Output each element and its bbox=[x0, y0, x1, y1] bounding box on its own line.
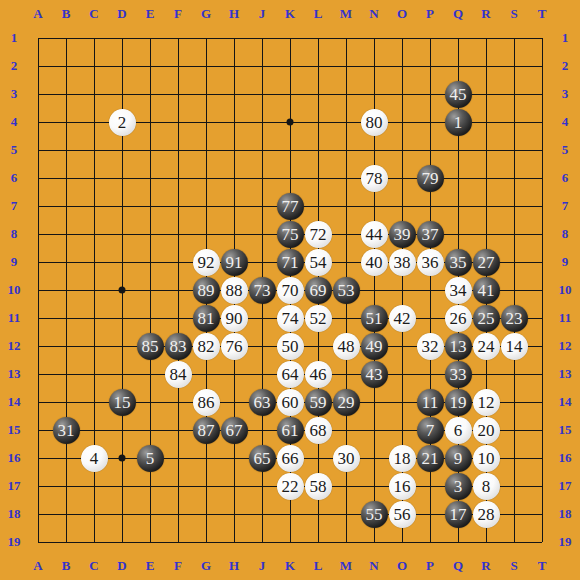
stone-white-86: 86 bbox=[193, 389, 220, 416]
column-label: T bbox=[528, 2, 556, 26]
stone-black-75: 75 bbox=[277, 221, 304, 248]
column-label: P bbox=[416, 554, 444, 578]
column-label: T bbox=[528, 554, 556, 578]
column-label: A bbox=[24, 2, 52, 26]
stone-white-50: 50 bbox=[277, 333, 304, 360]
column-label: K bbox=[276, 2, 304, 26]
stone-white-18: 18 bbox=[389, 445, 416, 472]
stone-white-44: 44 bbox=[361, 221, 388, 248]
stone-black-15: 15 bbox=[109, 389, 136, 416]
stone-white-74: 74 bbox=[277, 305, 304, 332]
column-label: H bbox=[220, 554, 248, 578]
stone-white-90: 90 bbox=[221, 305, 248, 332]
stone-black-91: 91 bbox=[221, 249, 248, 276]
stone-white-42: 42 bbox=[389, 305, 416, 332]
go-board-screen: ABCDEFGHJKLMNOPQRST ABCDEFGHJKLMNOPQRST … bbox=[0, 0, 580, 580]
stone-white-72: 72 bbox=[305, 221, 332, 248]
stone-white-24: 24 bbox=[473, 333, 500, 360]
stone-white-76: 76 bbox=[221, 333, 248, 360]
column-label: D bbox=[108, 2, 136, 26]
stone-black-29: 29 bbox=[333, 389, 360, 416]
stone-black-45: 45 bbox=[445, 81, 472, 108]
stone-white-32: 32 bbox=[417, 333, 444, 360]
column-label: C bbox=[80, 554, 108, 578]
stone-white-34: 34 bbox=[445, 277, 472, 304]
stone-black-67: 67 bbox=[221, 417, 248, 444]
stone-white-80: 80 bbox=[361, 109, 388, 136]
stone-black-61: 61 bbox=[277, 417, 304, 444]
stone-black-79: 79 bbox=[417, 165, 444, 192]
stone-black-73: 73 bbox=[249, 277, 276, 304]
row-label: 5 bbox=[2, 136, 26, 164]
column-labels-bottom: ABCDEFGHJKLMNOPQRST bbox=[24, 554, 556, 578]
stone-black-13: 13 bbox=[445, 333, 472, 360]
stone-black-77: 77 bbox=[277, 193, 304, 220]
column-label: J bbox=[248, 554, 276, 578]
stone-white-26: 26 bbox=[445, 305, 472, 332]
stone-black-53: 53 bbox=[333, 277, 360, 304]
stone-black-83: 83 bbox=[165, 333, 192, 360]
column-label: R bbox=[472, 554, 500, 578]
stone-white-66: 66 bbox=[277, 445, 304, 472]
column-label: J bbox=[248, 2, 276, 26]
stone-black-87: 87 bbox=[193, 417, 220, 444]
stone-black-1: 1 bbox=[445, 109, 472, 136]
stone-white-52: 52 bbox=[305, 305, 332, 332]
column-label: F bbox=[164, 554, 192, 578]
stone-black-49: 49 bbox=[361, 333, 388, 360]
stone-black-19: 19 bbox=[445, 389, 472, 416]
column-label: N bbox=[360, 2, 388, 26]
stone-black-71: 71 bbox=[277, 249, 304, 276]
column-label: K bbox=[276, 554, 304, 578]
row-label: 12 bbox=[2, 332, 26, 360]
stone-white-22: 22 bbox=[277, 473, 304, 500]
column-label: M bbox=[332, 554, 360, 578]
stone-black-35: 35 bbox=[445, 249, 472, 276]
stone-black-43: 43 bbox=[361, 361, 388, 388]
column-labels-top: ABCDEFGHJKLMNOPQRST bbox=[24, 2, 556, 26]
row-label: 7 bbox=[2, 192, 26, 220]
column-label: B bbox=[52, 2, 80, 26]
stone-black-65: 65 bbox=[249, 445, 276, 472]
column-label: G bbox=[192, 2, 220, 26]
stone-black-27: 27 bbox=[473, 249, 500, 276]
row-label: 14 bbox=[2, 388, 26, 416]
stone-white-8: 8 bbox=[473, 473, 500, 500]
stone-black-39: 39 bbox=[389, 221, 416, 248]
column-label: S bbox=[500, 554, 528, 578]
row-label: 11 bbox=[2, 304, 26, 332]
column-label: Q bbox=[444, 554, 472, 578]
row-label: 10 bbox=[2, 276, 26, 304]
stone-black-33: 33 bbox=[445, 361, 472, 388]
stone-black-3: 3 bbox=[445, 473, 472, 500]
row-label: 2 bbox=[2, 52, 26, 80]
column-label: C bbox=[80, 2, 108, 26]
column-label: Q bbox=[444, 2, 472, 26]
stone-white-36: 36 bbox=[417, 249, 444, 276]
column-label: R bbox=[472, 2, 500, 26]
stone-white-20: 20 bbox=[473, 417, 500, 444]
column-label: F bbox=[164, 2, 192, 26]
stone-black-81: 81 bbox=[193, 305, 220, 332]
stone-white-16: 16 bbox=[389, 473, 416, 500]
row-label: 4 bbox=[2, 108, 26, 136]
stone-black-7: 7 bbox=[417, 417, 444, 444]
column-label: M bbox=[332, 2, 360, 26]
stone-black-51: 51 bbox=[361, 305, 388, 332]
stone-white-38: 38 bbox=[389, 249, 416, 276]
stone-white-70: 70 bbox=[277, 277, 304, 304]
row-label: 16 bbox=[2, 444, 26, 472]
stone-black-31: 31 bbox=[53, 417, 80, 444]
stone-white-82: 82 bbox=[193, 333, 220, 360]
row-label: 6 bbox=[2, 164, 26, 192]
stone-black-17: 17 bbox=[445, 501, 472, 528]
stone-black-59: 59 bbox=[305, 389, 332, 416]
row-label: 1 bbox=[2, 24, 26, 52]
row-label: 18 bbox=[2, 500, 26, 528]
stone-white-56: 56 bbox=[389, 501, 416, 528]
row-label: 3 bbox=[2, 80, 26, 108]
stone-white-54: 54 bbox=[305, 249, 332, 276]
row-label: 17 bbox=[2, 472, 26, 500]
go-board-grid[interactable]: 1234567891011121314151617181920212223242… bbox=[24, 24, 556, 556]
stone-white-14: 14 bbox=[501, 333, 528, 360]
column-label: B bbox=[52, 554, 80, 578]
row-label: 15 bbox=[2, 416, 26, 444]
row-label: 9 bbox=[2, 248, 26, 276]
column-label: O bbox=[388, 554, 416, 578]
stone-white-6: 6 bbox=[445, 417, 472, 444]
stone-white-2: 2 bbox=[109, 109, 136, 136]
row-label: 8 bbox=[2, 220, 26, 248]
stone-black-25: 25 bbox=[473, 305, 500, 332]
stone-white-84: 84 bbox=[165, 361, 192, 388]
column-label: L bbox=[304, 2, 332, 26]
stone-black-85: 85 bbox=[137, 333, 164, 360]
stone-black-11: 11 bbox=[417, 389, 444, 416]
stone-white-10: 10 bbox=[473, 445, 500, 472]
stone-white-40: 40 bbox=[361, 249, 388, 276]
row-labels-left: 12345678910111213141516171819 bbox=[2, 24, 26, 556]
stone-black-9: 9 bbox=[445, 445, 472, 472]
stone-black-21: 21 bbox=[417, 445, 444, 472]
stone-white-4: 4 bbox=[81, 445, 108, 472]
stone-white-58: 58 bbox=[305, 473, 332, 500]
column-label: H bbox=[220, 2, 248, 26]
stone-white-68: 68 bbox=[305, 417, 332, 444]
column-label: G bbox=[192, 554, 220, 578]
star-point bbox=[287, 119, 294, 126]
stone-black-37: 37 bbox=[417, 221, 444, 248]
stone-black-69: 69 bbox=[305, 277, 332, 304]
column-label: S bbox=[500, 2, 528, 26]
stone-white-46: 46 bbox=[305, 361, 332, 388]
stone-black-41: 41 bbox=[473, 277, 500, 304]
column-label: A bbox=[24, 554, 52, 578]
row-label: 13 bbox=[2, 360, 26, 388]
row-label: 19 bbox=[2, 528, 26, 556]
stone-white-92: 92 bbox=[193, 249, 220, 276]
stone-white-48: 48 bbox=[333, 333, 360, 360]
stone-white-30: 30 bbox=[333, 445, 360, 472]
stone-white-88: 88 bbox=[221, 277, 248, 304]
stone-white-60: 60 bbox=[277, 389, 304, 416]
column-label: E bbox=[136, 2, 164, 26]
stone-black-89: 89 bbox=[193, 277, 220, 304]
column-label: E bbox=[136, 554, 164, 578]
column-label: N bbox=[360, 554, 388, 578]
column-label: P bbox=[416, 2, 444, 26]
stone-white-64: 64 bbox=[277, 361, 304, 388]
column-label: D bbox=[108, 554, 136, 578]
stone-white-78: 78 bbox=[361, 165, 388, 192]
stone-black-55: 55 bbox=[361, 501, 388, 528]
stone-white-28: 28 bbox=[473, 501, 500, 528]
column-label: O bbox=[388, 2, 416, 26]
stone-black-63: 63 bbox=[249, 389, 276, 416]
stone-black-23: 23 bbox=[501, 305, 528, 332]
stone-white-12: 12 bbox=[473, 389, 500, 416]
stone-black-5: 5 bbox=[137, 445, 164, 472]
column-label: L bbox=[304, 554, 332, 578]
star-point bbox=[119, 287, 126, 294]
star-point bbox=[119, 455, 126, 462]
